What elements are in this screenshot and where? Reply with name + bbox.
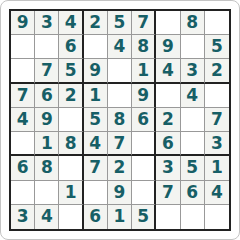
cell-r7c7[interactable]: 3 xyxy=(156,156,180,180)
cell-r1c3[interactable]: 4 xyxy=(59,11,83,35)
cell-r8c8[interactable]: 6 xyxy=(181,181,205,205)
cell-r4c4[interactable]: 1 xyxy=(84,84,108,108)
cell-r7c8[interactable]: 5 xyxy=(181,156,205,180)
cell-r8c4[interactable] xyxy=(84,181,108,205)
cell-r4c3[interactable]: 2 xyxy=(59,84,83,108)
cell-r7c2[interactable]: 8 xyxy=(35,156,59,180)
cell-r5c5[interactable]: 8 xyxy=(108,108,132,132)
cell-r9c8[interactable] xyxy=(181,205,205,229)
cell-r7c3[interactable] xyxy=(59,156,83,180)
cell-r9c6[interactable]: 5 xyxy=(132,205,156,229)
cell-r5c2[interactable]: 9 xyxy=(35,108,59,132)
cell-r5c4[interactable]: 5 xyxy=(84,108,108,132)
cell-r1c1[interactable]: 9 xyxy=(11,11,35,35)
cell-r5c1[interactable]: 4 xyxy=(11,108,35,132)
cell-r2c2[interactable] xyxy=(35,35,59,59)
cell-r4c7[interactable] xyxy=(156,84,180,108)
cell-r7c5[interactable]: 2 xyxy=(108,156,132,180)
cell-r7c4[interactable]: 7 xyxy=(84,156,108,180)
cell-r8c5[interactable]: 9 xyxy=(108,181,132,205)
cell-r1c2[interactable]: 3 xyxy=(35,11,59,35)
cell-r4c2[interactable]: 6 xyxy=(35,84,59,108)
cell-r2c4[interactable] xyxy=(84,35,108,59)
cell-r5c8[interactable] xyxy=(181,108,205,132)
cell-r9c9[interactable] xyxy=(205,205,229,229)
cell-r6c9[interactable]: 3 xyxy=(205,132,229,156)
cell-r3c9[interactable]: 2 xyxy=(205,59,229,83)
cell-r5c6[interactable]: 6 xyxy=(132,108,156,132)
cell-r1c7[interactable] xyxy=(156,11,180,35)
cell-r5c3[interactable] xyxy=(59,108,83,132)
cell-r4c8[interactable]: 4 xyxy=(181,84,205,108)
cell-r2c3[interactable]: 6 xyxy=(59,35,83,59)
cell-r5c9[interactable]: 7 xyxy=(205,108,229,132)
cell-r3c1[interactable] xyxy=(11,59,35,83)
cell-r1c8[interactable]: 8 xyxy=(181,11,205,35)
cell-r4c9[interactable] xyxy=(205,84,229,108)
sudoku-card: 9342578648957591432762194495862718476368… xyxy=(0,0,240,240)
cell-r9c3[interactable] xyxy=(59,205,83,229)
cell-r1c6[interactable]: 7 xyxy=(132,11,156,35)
cell-r8c6[interactable] xyxy=(132,181,156,205)
cell-r6c1[interactable] xyxy=(11,132,35,156)
cell-r6c3[interactable]: 8 xyxy=(59,132,83,156)
cell-r2c5[interactable]: 4 xyxy=(108,35,132,59)
cell-r6c2[interactable]: 1 xyxy=(35,132,59,156)
cell-r7c6[interactable] xyxy=(132,156,156,180)
cell-r2c9[interactable]: 5 xyxy=(205,35,229,59)
cell-r8c3[interactable]: 1 xyxy=(59,181,83,205)
cell-r7c9[interactable]: 1 xyxy=(205,156,229,180)
cell-r9c7[interactable] xyxy=(156,205,180,229)
cell-r1c9[interactable] xyxy=(205,11,229,35)
cell-r9c4[interactable]: 6 xyxy=(84,205,108,229)
cell-r8c7[interactable]: 7 xyxy=(156,181,180,205)
cell-r7c1[interactable]: 6 xyxy=(11,156,35,180)
cell-r9c5[interactable]: 1 xyxy=(108,205,132,229)
cell-r2c8[interactable] xyxy=(181,35,205,59)
cell-r4c6[interactable]: 9 xyxy=(132,84,156,108)
cell-r2c7[interactable]: 9 xyxy=(156,35,180,59)
cell-r1c4[interactable]: 2 xyxy=(84,11,108,35)
cell-r3c2[interactable]: 7 xyxy=(35,59,59,83)
cell-r4c1[interactable]: 7 xyxy=(11,84,35,108)
cell-r2c1[interactable] xyxy=(11,35,35,59)
cell-r5c7[interactable]: 2 xyxy=(156,108,180,132)
cell-r6c6[interactable] xyxy=(132,132,156,156)
cell-r3c5[interactable] xyxy=(108,59,132,83)
cell-r3c3[interactable]: 5 xyxy=(59,59,83,83)
cell-r3c7[interactable]: 4 xyxy=(156,59,180,83)
cell-r6c5[interactable]: 7 xyxy=(108,132,132,156)
cell-r8c9[interactable]: 4 xyxy=(205,181,229,205)
cell-r8c1[interactable] xyxy=(11,181,35,205)
cell-r6c7[interactable]: 6 xyxy=(156,132,180,156)
sudoku-board: 9342578648957591432762194495862718476368… xyxy=(9,9,231,231)
cell-r2c6[interactable]: 8 xyxy=(132,35,156,59)
cell-r6c8[interactable] xyxy=(181,132,205,156)
cell-r3c6[interactable]: 1 xyxy=(132,59,156,83)
cell-r9c2[interactable]: 4 xyxy=(35,205,59,229)
cell-r6c4[interactable]: 4 xyxy=(84,132,108,156)
cell-r8c2[interactable] xyxy=(35,181,59,205)
cell-r9c1[interactable]: 3 xyxy=(11,205,35,229)
cell-r4c5[interactable] xyxy=(108,84,132,108)
cell-r1c5[interactable]: 5 xyxy=(108,11,132,35)
cell-r3c8[interactable]: 3 xyxy=(181,59,205,83)
cell-r3c4[interactable]: 9 xyxy=(84,59,108,83)
